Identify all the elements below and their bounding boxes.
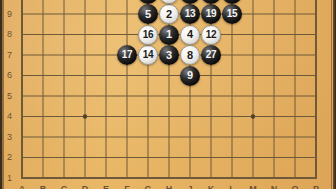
stone-white (159, 0, 179, 4)
move-number: 12 (206, 30, 216, 40)
move-number: 8 (187, 50, 193, 61)
move-number: 1 (166, 29, 172, 40)
stone-white: 12 (201, 25, 221, 45)
stone-black (138, 0, 158, 4)
stone-black: 13 (180, 4, 200, 24)
stone-white: 2 (159, 4, 179, 24)
stone-black: 27 (201, 45, 221, 65)
move-number: 16 (143, 30, 153, 40)
stone-white: 16 (138, 25, 158, 45)
move-number: 9 (187, 70, 193, 81)
move-number: 15 (227, 9, 237, 19)
move-number: 5 (145, 9, 151, 20)
stone-white: 14 (138, 45, 158, 65)
board-frame-line-right (331, 0, 333, 189)
stone-black (180, 0, 200, 4)
stone-black (201, 0, 221, 4)
stone-black: 17 (117, 45, 137, 65)
stone-white: 4 (180, 25, 200, 45)
stone-black: 9 (180, 66, 200, 86)
stone-white: 8 (180, 45, 200, 65)
move-number: 4 (187, 29, 193, 40)
move-number: 2 (166, 9, 172, 20)
stone-black: 1 (159, 25, 179, 45)
move-number: 19 (206, 9, 216, 19)
move-number: 17 (122, 50, 132, 60)
go-board-screenshot: 987654321 ABCDEFGHJKLMNOP 12345891213141… (0, 0, 336, 189)
go-board[interactable]: 12345891213141516171927 (12, 0, 327, 188)
stone-black: 19 (201, 4, 221, 24)
move-number: 13 (185, 9, 195, 19)
stone-black (222, 0, 242, 4)
move-number: 14 (143, 50, 153, 60)
stone-black: 3 (159, 45, 179, 65)
stone-black: 5 (138, 4, 158, 24)
move-number: 3 (166, 50, 172, 61)
stone-black: 15 (222, 4, 242, 24)
move-number: 27 (206, 50, 216, 60)
